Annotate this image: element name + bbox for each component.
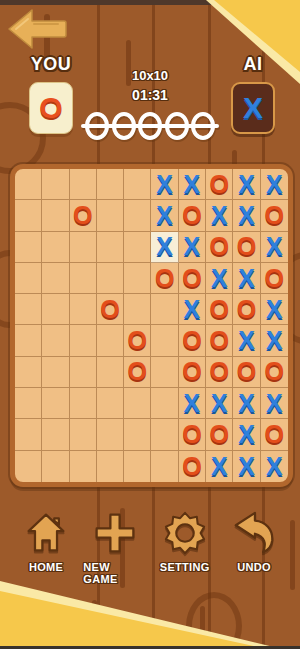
board-cell[interactable] [124,200,151,231]
board-cell[interactable] [124,263,151,294]
board-cell[interactable]: O [179,419,206,450]
board-cell[interactable] [151,294,178,325]
board-cell[interactable] [97,325,124,356]
board-cell[interactable] [70,294,97,325]
board-cell[interactable] [124,232,151,263]
board-cell[interactable] [151,388,178,419]
board-cell[interactable]: O [70,200,97,231]
board-cell[interactable] [97,357,124,388]
board-cell[interactable]: X [179,294,206,325]
x-symbol: X [243,91,263,125]
board-cell[interactable]: X [179,232,206,263]
board-cell[interactable]: X [206,263,233,294]
board-cell[interactable] [151,451,178,482]
board-cell[interactable]: O [97,294,124,325]
back-button[interactable] [8,8,68,50]
board-cell[interactable]: O [124,325,151,356]
setting-button[interactable]: SETTING [153,506,217,585]
board-cell[interactable] [15,388,42,419]
board-cell[interactable]: X [233,200,260,231]
board-cell[interactable] [151,325,178,356]
player-panel-ai: AI X [218,54,288,134]
board-cell[interactable]: X [151,200,178,231]
bottom-nav: HOME NEW GAME SETTING U [0,506,300,585]
board-cell[interactable] [42,388,69,419]
game-board: XXOXXOXOXXOXXOOXOOXXOOXOOXOOOXXOOOOOXXXX… [10,164,293,487]
board-cell[interactable] [15,200,42,231]
match-info: 10x10 01:31 [75,68,225,140]
board-cell[interactable]: O [179,357,206,388]
board-cell[interactable]: X [151,232,178,263]
board-cell[interactable] [151,357,178,388]
board-cell[interactable]: O [179,451,206,482]
board-cell[interactable]: O [261,263,288,294]
board-cell[interactable]: X [233,419,260,450]
board-cell[interactable]: O [206,232,233,263]
board-cell[interactable] [15,263,42,294]
board-cell[interactable] [42,357,69,388]
board-cell[interactable]: X [261,294,288,325]
board-cell[interactable] [42,294,69,325]
board-cell[interactable]: X [233,169,260,200]
board-cell[interactable]: O [206,325,233,356]
board-cell[interactable]: X [261,169,288,200]
board-cell[interactable]: X [233,325,260,356]
undo-arrow-icon [231,506,277,556]
board-cell[interactable]: O [206,169,233,200]
board-cell[interactable]: O [124,357,151,388]
board-cell[interactable] [42,263,69,294]
nav-label-undo: UNDO [237,561,271,573]
board-cell[interactable] [70,388,97,419]
board-cell[interactable] [124,169,151,200]
player-ai-symbol-badge: X [231,82,275,134]
board-cell[interactable] [42,200,69,231]
board-cell[interactable] [42,169,69,200]
new-game-button[interactable]: NEW GAME [83,506,147,585]
board-cell[interactable] [97,232,124,263]
board-cell[interactable] [15,451,42,482]
o-symbol: O [39,91,62,125]
board-cell[interactable]: O [261,357,288,388]
board-cell[interactable]: X [206,388,233,419]
board-cell[interactable] [42,419,69,450]
board-cell[interactable]: X [233,388,260,419]
board-cell[interactable] [124,451,151,482]
board-cell[interactable] [42,451,69,482]
board-cell[interactable] [15,419,42,450]
board-cell[interactable] [42,325,69,356]
plus-icon [93,506,137,556]
game-screen: YOU O AI X 10x10 01:31 XXOXXOXOXXOXXOOXO… [0,0,300,649]
board-cell[interactable]: O [233,294,260,325]
board-cell[interactable] [15,294,42,325]
board-cell[interactable]: X [206,200,233,231]
board-size-label: 10x10 [75,68,225,83]
back-arrow-icon [8,38,68,53]
nav-label-new-game: NEW GAME [83,561,147,585]
strike-line [81,124,219,128]
nav-label-home: HOME [29,561,63,573]
player-you-symbol-badge: O [29,82,73,134]
board-cell[interactable] [70,357,97,388]
board-cell[interactable] [124,388,151,419]
board-cell[interactable] [97,169,124,200]
board-cell[interactable]: O [206,357,233,388]
board-cell[interactable] [15,232,42,263]
board-cell[interactable] [42,232,69,263]
board-cell[interactable] [97,419,124,450]
board-cell[interactable] [70,263,97,294]
undo-button[interactable]: UNDO [222,506,286,585]
board-cell[interactable]: X [179,388,206,419]
board-cell[interactable]: X [206,451,233,482]
board-cell[interactable] [70,325,97,356]
board-cell[interactable] [15,169,42,200]
board-cell[interactable] [70,232,97,263]
home-button[interactable]: HOME [14,506,78,585]
board-cell[interactable]: X [261,388,288,419]
board-cell[interactable]: X [179,169,206,200]
board-cell[interactable]: O [261,200,288,231]
board-cell[interactable] [151,419,178,450]
board-cell[interactable]: X [233,451,260,482]
board-grid: XXOXXOXOXXOXXOOXOOXXOOXOOXOOOXXOOOOOXXXX… [15,169,288,482]
home-icon [24,506,68,556]
board-cell[interactable]: O [206,294,233,325]
board-cell[interactable] [70,169,97,200]
board-cell[interactable]: O [151,263,178,294]
board-cell[interactable]: O [233,232,260,263]
board-cell[interactable] [97,388,124,419]
nav-label-setting: SETTING [160,561,210,573]
board-cell[interactable]: X [261,325,288,356]
board-cell[interactable]: X [261,451,288,482]
board-cell[interactable]: X [151,169,178,200]
gear-icon [163,506,207,556]
board-cell[interactable] [124,419,151,450]
board-cell[interactable] [15,357,42,388]
board-cell[interactable] [97,200,124,231]
board-cell[interactable] [70,419,97,450]
board-cell[interactable]: O [179,263,206,294]
board-cell[interactable]: O [179,325,206,356]
board-cell[interactable]: X [233,263,260,294]
five-in-a-row-indicator [85,112,215,140]
board-cell[interactable]: O [233,357,260,388]
board-cell[interactable]: O [179,200,206,231]
board-cell[interactable] [97,263,124,294]
board-cell[interactable]: O [261,419,288,450]
board-cell[interactable] [97,451,124,482]
timer: 01:31 [75,87,225,103]
board-cell[interactable] [70,451,97,482]
board-cell[interactable] [15,325,42,356]
player-ai-name: AI [218,54,288,75]
board-cell[interactable] [124,294,151,325]
board-cell[interactable]: X [261,232,288,263]
board-cell[interactable]: O [206,419,233,450]
